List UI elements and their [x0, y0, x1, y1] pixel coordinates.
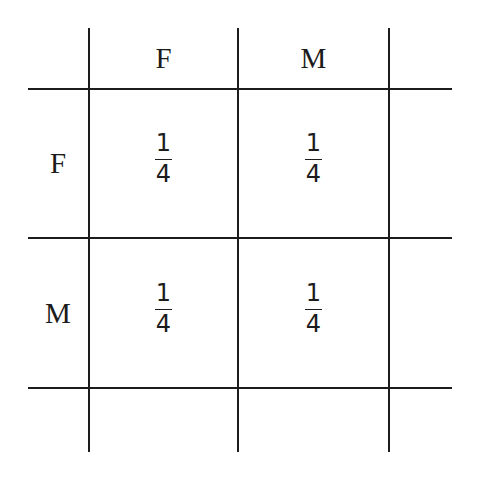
row-header-m: M [45, 299, 71, 328]
col-header-m: M [301, 44, 327, 73]
fraction-numerator: 1 [156, 283, 171, 305]
probability-fraction-fm: 1 4 [305, 133, 322, 185]
fraction-denominator: 4 [156, 164, 171, 186]
probability-table-diagram: F M F 1 4 1 4 M [0, 0, 480, 480]
bottom-right-cell [390, 389, 452, 452]
bottom-cell-2 [239, 389, 390, 452]
col-header-cell-f: F [90, 28, 239, 90]
corner-cell [28, 28, 90, 90]
probability-fraction-mf: 1 4 [155, 283, 172, 335]
row-f-edge-cell [390, 90, 452, 239]
cell-mm: 1 4 [239, 239, 390, 389]
cell-mf: 1 4 [90, 239, 239, 389]
fraction-numerator: 1 [306, 133, 321, 155]
row-m-edge-cell [390, 239, 452, 389]
probability-fraction-ff: 1 4 [155, 133, 172, 185]
cell-ff: 1 4 [90, 90, 239, 239]
fraction-numerator: 1 [306, 283, 321, 305]
fraction-denominator: 4 [306, 164, 321, 186]
cell-fm: 1 4 [239, 90, 390, 239]
bottom-left-cell [28, 389, 90, 452]
col-header-cell-m: M [239, 28, 390, 90]
bottom-cell-1 [90, 389, 239, 452]
row-header-f: F [50, 149, 66, 178]
row-header-cell-f: F [28, 90, 90, 239]
fraction-denominator: 4 [306, 314, 321, 336]
header-edge-cell [390, 28, 452, 90]
fraction-numerator: 1 [156, 133, 171, 155]
probability-fraction-mm: 1 4 [305, 283, 322, 335]
table-grid: F M F 1 4 1 4 M [28, 28, 452, 452]
row-header-cell-m: M [28, 239, 90, 389]
col-header-f: F [155, 44, 171, 73]
fraction-denominator: 4 [156, 314, 171, 336]
